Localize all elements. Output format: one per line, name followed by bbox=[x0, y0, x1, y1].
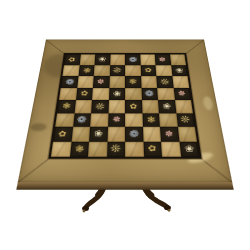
floral-motif-icon: ❀ bbox=[98, 56, 106, 62]
floral-motif-icon: ✿ bbox=[59, 130, 67, 139]
floral-motif-icon: ✿ bbox=[144, 67, 152, 74]
board-square: ❁ bbox=[61, 76, 78, 88]
floral-motif-icon: ❃ bbox=[74, 144, 84, 155]
board-square: ❃ bbox=[69, 141, 89, 156]
board-square: ❁ bbox=[73, 113, 91, 127]
floral-motif-icon: ❁ bbox=[128, 129, 140, 140]
floral-motif-icon: ✽ bbox=[159, 57, 167, 63]
board-square bbox=[108, 100, 125, 113]
floral-motif-icon: ✽ bbox=[177, 90, 187, 98]
floral-motif-icon: ✽ bbox=[165, 130, 174, 139]
chessboard: ✿❀❁✽❃❊✿❀❁✽❃❊✿❀❁✽❃❊✿❀❁✽❃❊✿❀❁✽❃❊✿❀ bbox=[48, 53, 201, 159]
frame-miter-seam bbox=[17, 159, 49, 183]
board-square bbox=[157, 88, 174, 100]
board-square bbox=[140, 54, 156, 65]
floral-motif-icon: ❁ bbox=[127, 55, 138, 63]
board-square: ❊ bbox=[91, 100, 108, 113]
board-square bbox=[159, 113, 177, 127]
board-square: ❀ bbox=[109, 88, 126, 100]
frame-miter-seam bbox=[186, 40, 205, 54]
left-caster bbox=[83, 210, 86, 213]
board-square bbox=[175, 100, 193, 113]
floral-motif-icon: ❁ bbox=[64, 77, 75, 86]
board-square bbox=[71, 127, 90, 142]
board-square bbox=[155, 65, 171, 76]
board-square bbox=[55, 113, 74, 127]
board-square: ✿ bbox=[143, 141, 162, 156]
board-square bbox=[142, 100, 159, 113]
board-square bbox=[51, 141, 71, 156]
board-square bbox=[59, 88, 77, 100]
right-caster bbox=[168, 209, 171, 212]
floral-motif-icon: ❀ bbox=[174, 67, 184, 74]
board-square bbox=[170, 54, 186, 65]
board-square: ❃ bbox=[57, 100, 75, 113]
floral-motif-icon: ❃ bbox=[81, 67, 91, 75]
board-square: ❃ bbox=[78, 65, 94, 76]
board-square: ❊ bbox=[156, 76, 173, 88]
floral-motif-icon: ❁ bbox=[145, 89, 154, 98]
floral-motif-icon: ❊ bbox=[180, 115, 191, 126]
board-square: ✽ bbox=[173, 88, 191, 100]
board-square: ❁ bbox=[141, 88, 158, 100]
board-square: ❊ bbox=[109, 65, 125, 76]
board-square: ✽ bbox=[155, 54, 171, 65]
board-square: ✿ bbox=[125, 100, 142, 113]
board-square: ❀ bbox=[89, 127, 107, 142]
board-square: ✿ bbox=[76, 88, 93, 100]
floral-motif-icon: ❊ bbox=[110, 143, 122, 154]
floral-motif-icon: ❊ bbox=[159, 77, 170, 86]
board-square bbox=[92, 88, 109, 100]
board-square: ❀ bbox=[158, 100, 176, 113]
floral-motif-icon: ✿ bbox=[147, 144, 158, 154]
frame-miter-seam bbox=[46, 40, 65, 54]
board-square: ❁ bbox=[125, 54, 140, 65]
board-square: ❀ bbox=[179, 141, 199, 156]
board-square: ❁ bbox=[125, 127, 143, 142]
board-square bbox=[125, 113, 142, 127]
floral-motif-icon: ✿ bbox=[129, 103, 137, 110]
board-square bbox=[125, 88, 142, 100]
board-square: ✽ bbox=[93, 76, 109, 88]
board-square bbox=[172, 76, 189, 88]
board-square: ❀ bbox=[95, 54, 111, 65]
board-square bbox=[74, 100, 92, 113]
board-square bbox=[110, 54, 125, 65]
board-square bbox=[77, 76, 94, 88]
floral-motif-icon: ❃ bbox=[128, 78, 137, 86]
board-square bbox=[62, 65, 79, 76]
board-square: ❀ bbox=[171, 65, 188, 76]
board-square bbox=[94, 65, 110, 76]
board-square: ❊ bbox=[176, 113, 195, 127]
floral-motif-icon: ❀ bbox=[112, 89, 122, 98]
board-square bbox=[125, 141, 144, 156]
board-square bbox=[125, 65, 141, 76]
floral-motif-icon: ❁ bbox=[77, 115, 87, 124]
floral-motif-icon: ❀ bbox=[184, 144, 194, 154]
board-square bbox=[177, 127, 197, 142]
board-square bbox=[109, 76, 125, 88]
patina-scratch bbox=[30, 123, 47, 131]
board-square bbox=[88, 141, 107, 156]
floral-motif-icon: ❃ bbox=[146, 115, 156, 124]
table-edge bbox=[16, 182, 233, 190]
board-square: ✿ bbox=[53, 127, 73, 142]
patina-scuff bbox=[202, 96, 214, 110]
board-square: ❃ bbox=[142, 113, 160, 127]
floral-motif-icon: ❀ bbox=[93, 129, 104, 139]
board-square bbox=[142, 127, 160, 142]
board-square: ✽ bbox=[160, 127, 179, 142]
frame-miter-seam bbox=[201, 159, 233, 183]
board-square: ✽ bbox=[108, 113, 125, 127]
board-square bbox=[141, 76, 157, 88]
floral-motif-icon: ✿ bbox=[80, 90, 89, 97]
floral-motif-icon: ❊ bbox=[94, 101, 106, 111]
board-square bbox=[79, 54, 95, 65]
board-square bbox=[107, 127, 125, 142]
board-square bbox=[90, 113, 108, 127]
board-square: ❊ bbox=[106, 141, 125, 156]
board-square: ✿ bbox=[140, 65, 156, 76]
board-square bbox=[161, 141, 181, 156]
board-square: ✿ bbox=[64, 54, 80, 65]
photo-background: ✿❀❁✽❃❊✿❀❁✽❃❊✿❀❁✽❃❊✿❀❁✽❃❊✿❀❁✽❃❊✿❀ bbox=[0, 0, 250, 250]
floral-motif-icon: ✽ bbox=[97, 78, 105, 85]
floral-motif-icon: ❃ bbox=[61, 102, 71, 110]
floral-motif-icon: ❊ bbox=[113, 67, 122, 75]
floral-motif-icon: ✿ bbox=[68, 56, 77, 63]
floral-motif-icon: ❀ bbox=[161, 102, 172, 111]
board-square: ❃ bbox=[125, 76, 141, 88]
tabletop: ✿❀❁✽❃❊✿❀❁✽❃❊✿❀❁✽❃❊✿❀❁✽❃❊✿❀❁✽❃❊✿❀ bbox=[18, 39, 232, 182]
floral-motif-icon: ✽ bbox=[111, 115, 121, 124]
